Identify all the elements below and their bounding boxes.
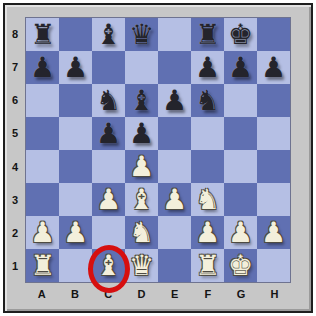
black-pawn: ♟ [59, 51, 92, 84]
square-g2[interactable]: ♟ [224, 216, 257, 249]
rank-label-2: 2 [5, 217, 25, 250]
square-c1[interactable]: ♝ [92, 249, 125, 282]
square-b5[interactable] [59, 117, 92, 150]
square-f7[interactable]: ♟ [191, 51, 224, 84]
white-pawn: ♟ [224, 216, 257, 249]
square-g8[interactable]: ♚ [224, 18, 257, 51]
black-bishop: ♝ [125, 84, 158, 117]
square-f5[interactable] [191, 117, 224, 150]
square-f2[interactable]: ♟ [191, 216, 224, 249]
black-pawn: ♟ [158, 84, 191, 117]
rank-label-1: 1 [5, 250, 25, 283]
square-b6[interactable] [59, 84, 92, 117]
square-h5[interactable] [257, 117, 290, 150]
black-bishop: ♝ [92, 18, 125, 51]
white-rook: ♜ [26, 249, 59, 282]
white-pawn: ♟ [59, 216, 92, 249]
file-label-f: F [191, 283, 224, 311]
square-e3[interactable]: ♟ [158, 183, 191, 216]
square-h1[interactable] [257, 249, 290, 282]
white-pawn: ♟ [257, 216, 290, 249]
square-h7[interactable]: ♟ [257, 51, 290, 84]
square-a7[interactable]: ♟ [26, 51, 59, 84]
square-d3[interactable]: ♝ [125, 183, 158, 216]
black-knight: ♞ [191, 84, 224, 117]
file-label-h: H [258, 283, 291, 311]
square-c8[interactable]: ♝ [92, 18, 125, 51]
board-area: ♜♝♛♜♚♟♟♟♟♟♞♝♟♞♟♟♟♟♝♟♞♟♟♞♟♟♟♜♝♛♜♚ [25, 17, 291, 283]
square-g3[interactable] [224, 183, 257, 216]
square-a6[interactable] [26, 84, 59, 117]
square-a1[interactable]: ♜ [26, 249, 59, 282]
black-pawn: ♟ [191, 51, 224, 84]
square-d7[interactable] [125, 51, 158, 84]
black-pawn: ♟ [26, 51, 59, 84]
black-rook: ♜ [26, 18, 59, 51]
square-g5[interactable] [224, 117, 257, 150]
black-knight: ♞ [92, 84, 125, 117]
square-c6[interactable]: ♞ [92, 84, 125, 117]
white-king: ♚ [224, 249, 257, 282]
rank-label-4: 4 [5, 150, 25, 183]
square-d1[interactable]: ♛ [125, 249, 158, 282]
square-h2[interactable]: ♟ [257, 216, 290, 249]
square-f1[interactable]: ♜ [191, 249, 224, 282]
square-c2[interactable] [92, 216, 125, 249]
square-d4[interactable]: ♟ [125, 150, 158, 183]
square-h8[interactable] [257, 18, 290, 51]
square-e8[interactable] [158, 18, 191, 51]
square-f4[interactable] [191, 150, 224, 183]
black-pawn: ♟ [257, 51, 290, 84]
square-a5[interactable] [26, 117, 59, 150]
square-g1[interactable]: ♚ [224, 249, 257, 282]
square-g6[interactable] [224, 84, 257, 117]
square-b2[interactable]: ♟ [59, 216, 92, 249]
square-e5[interactable] [158, 117, 191, 150]
board-layout: 87654321 ♜♝♛♜♚♟♟♟♟♟♞♝♟♞♟♟♟♟♝♟♞♟♟♞♟♟♟♜♝♛♜… [5, 5, 311, 311]
square-h4[interactable] [257, 150, 290, 183]
square-a3[interactable] [26, 183, 59, 216]
square-f8[interactable]: ♜ [191, 18, 224, 51]
white-pawn: ♟ [191, 216, 224, 249]
square-b7[interactable]: ♟ [59, 51, 92, 84]
square-d6[interactable]: ♝ [125, 84, 158, 117]
black-queen: ♛ [125, 18, 158, 51]
square-b8[interactable] [59, 18, 92, 51]
black-king: ♚ [224, 18, 257, 51]
square-b4[interactable] [59, 150, 92, 183]
square-f3[interactable]: ♞ [191, 183, 224, 216]
square-c4[interactable] [92, 150, 125, 183]
square-c7[interactable] [92, 51, 125, 84]
square-e7[interactable] [158, 51, 191, 84]
file-label-e: E [158, 283, 191, 311]
rank-labels: 87654321 [5, 17, 25, 283]
white-rook: ♜ [191, 249, 224, 282]
square-h6[interactable] [257, 84, 290, 117]
square-a8[interactable]: ♜ [26, 18, 59, 51]
square-d2[interactable]: ♞ [125, 216, 158, 249]
white-knight: ♞ [125, 216, 158, 249]
square-a2[interactable]: ♟ [26, 216, 59, 249]
file-labels: ABCDEFGH [25, 283, 291, 311]
square-g4[interactable] [224, 150, 257, 183]
square-h3[interactable] [257, 183, 290, 216]
square-c5[interactable]: ♟ [92, 117, 125, 150]
rank-label-3: 3 [5, 183, 25, 216]
square-e6[interactable]: ♟ [158, 84, 191, 117]
file-label-c: C [92, 283, 125, 311]
white-pawn: ♟ [26, 216, 59, 249]
square-b3[interactable] [59, 183, 92, 216]
rank-label-5: 5 [5, 117, 25, 150]
square-d5[interactable]: ♟ [125, 117, 158, 150]
black-pawn: ♟ [125, 117, 158, 150]
rank-label-6: 6 [5, 84, 25, 117]
square-e1[interactable] [158, 249, 191, 282]
white-pawn: ♟ [92, 183, 125, 216]
square-a4[interactable] [26, 150, 59, 183]
file-label-a: A [25, 283, 58, 311]
black-pawn: ♟ [224, 51, 257, 84]
board-frame: 87654321 ♜♝♛♜♚♟♟♟♟♟♞♝♟♞♟♟♟♟♝♟♞♟♟♞♟♟♟♜♝♛♜… [3, 3, 313, 313]
black-pawn: ♟ [92, 117, 125, 150]
file-label-d: D [125, 283, 158, 311]
file-label-b: B [58, 283, 91, 311]
rank-label-8: 8 [5, 17, 25, 50]
black-rook: ♜ [191, 18, 224, 51]
rank-label-7: 7 [5, 50, 25, 83]
square-f6[interactable]: ♞ [191, 84, 224, 117]
board: ♜♝♛♜♚♟♟♟♟♟♞♝♟♞♟♟♟♟♝♟♞♟♟♞♟♟♟♜♝♛♜♚ [25, 17, 291, 283]
white-bishop: ♝ [92, 249, 125, 282]
square-g7[interactable]: ♟ [224, 51, 257, 84]
white-queen: ♛ [125, 249, 158, 282]
white-pawn: ♟ [125, 150, 158, 183]
square-b1[interactable] [59, 249, 92, 282]
file-label-g: G [225, 283, 258, 311]
square-d8[interactable]: ♛ [125, 18, 158, 51]
white-bishop: ♝ [125, 183, 158, 216]
chess-app-window: 87654321 ♜♝♛♜♚♟♟♟♟♟♞♝♟♞♟♟♟♟♝♟♞♟♟♞♟♟♟♜♝♛♜… [0, 0, 316, 316]
square-e2[interactable] [158, 216, 191, 249]
white-pawn: ♟ [158, 183, 191, 216]
white-knight: ♞ [191, 183, 224, 216]
square-e4[interactable] [158, 150, 191, 183]
square-c3[interactable]: ♟ [92, 183, 125, 216]
